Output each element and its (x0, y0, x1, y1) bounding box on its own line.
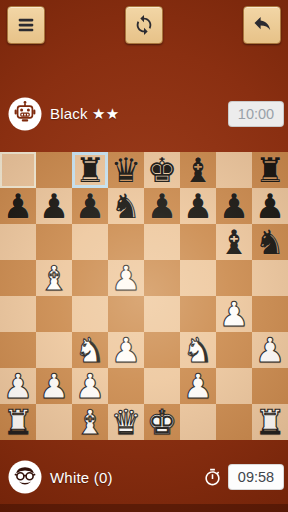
white-pawn[interactable]: ♟ (219, 296, 249, 332)
square-b6[interactable] (36, 224, 72, 260)
white-pawn[interactable]: ♟ (111, 260, 141, 296)
square-b7[interactable]: ♟ (36, 188, 72, 224)
square-f6[interactable] (180, 224, 216, 260)
white-pawn[interactable]: ♟ (183, 368, 213, 404)
black-clock: 10:00 (228, 101, 284, 127)
refresh-icon (133, 14, 155, 36)
square-a5[interactable] (0, 260, 36, 296)
white-player-row: White (0) 09:58 (8, 457, 284, 497)
square-h3[interactable]: ♟ (252, 332, 288, 368)
square-c2[interactable]: ♟ (72, 368, 108, 404)
white-bishop[interactable]: ♝ (75, 404, 105, 440)
square-d5[interactable]: ♟ (108, 260, 144, 296)
black-player-name: Black ★★ (50, 105, 119, 123)
white-pawn[interactable]: ♟ (255, 332, 285, 368)
square-f8[interactable]: ♝ (180, 152, 216, 188)
square-g2[interactable] (216, 368, 252, 404)
square-a2[interactable]: ♟ (0, 368, 36, 404)
new-game-button[interactable] (125, 6, 163, 44)
white-player-name: White (0) (50, 469, 113, 486)
toolbar (7, 6, 281, 44)
square-d2[interactable] (108, 368, 144, 404)
square-g6[interactable]: ♝ (216, 224, 252, 260)
square-d3[interactable]: ♟ (108, 332, 144, 368)
square-e8[interactable]: ♚ (144, 152, 180, 188)
square-h7[interactable]: ♟ (252, 188, 288, 224)
square-h8[interactable]: ♜ (252, 152, 288, 188)
square-f3[interactable]: ♞ (180, 332, 216, 368)
square-f2[interactable]: ♟ (180, 368, 216, 404)
square-d6[interactable] (108, 224, 144, 260)
black-pawn[interactable]: ♟ (183, 188, 213, 224)
black-rook[interactable]: ♜ (255, 152, 285, 188)
chess-board: ♜♛♚♝♜♟♟♟♞♟♟♟♟♝♞♝♟♟♞♟♞♟♟♟♟♟♜♝♛♚♜ (0, 152, 288, 440)
white-rook[interactable]: ♜ (255, 404, 285, 440)
square-b8[interactable] (36, 152, 72, 188)
square-e6[interactable] (144, 224, 180, 260)
square-e4[interactable] (144, 296, 180, 332)
square-e3[interactable] (144, 332, 180, 368)
white-clock: 09:58 (228, 464, 284, 490)
white-king[interactable]: ♚ (147, 404, 177, 440)
square-c7[interactable]: ♟ (72, 188, 108, 224)
bottom-shade (0, 504, 288, 512)
face-icon (8, 460, 42, 494)
white-pawn[interactable]: ♟ (75, 368, 105, 404)
square-f4[interactable] (180, 296, 216, 332)
black-pawn[interactable]: ♟ (147, 188, 177, 224)
square-a6[interactable] (0, 224, 36, 260)
black-king[interactable]: ♚ (147, 152, 177, 188)
square-f1[interactable] (180, 404, 216, 440)
undo-icon (251, 14, 273, 36)
white-rook[interactable]: ♜ (3, 404, 33, 440)
chess-app-screen: Black ★★ 10:00 ♜♛♚♝♜♟♟♟♞♟♟♟♟♝♞♝♟♟♞♟♞♟♟♟♟… (0, 0, 288, 512)
square-a4[interactable] (0, 296, 36, 332)
square-g3[interactable] (216, 332, 252, 368)
square-h2[interactable] (252, 368, 288, 404)
white-knight[interactable]: ♞ (75, 332, 105, 368)
black-queen[interactable]: ♛ (111, 152, 141, 188)
white-pawn[interactable]: ♟ (39, 368, 69, 404)
black-pawn[interactable]: ♟ (3, 188, 33, 224)
square-h1[interactable]: ♜ (252, 404, 288, 440)
square-b4[interactable] (36, 296, 72, 332)
square-h4[interactable] (252, 296, 288, 332)
stopwatch-icon (203, 468, 222, 487)
black-rook[interactable]: ♜ (75, 152, 105, 188)
black-pawn[interactable]: ♟ (75, 188, 105, 224)
square-e1[interactable]: ♚ (144, 404, 180, 440)
square-h6[interactable]: ♞ (252, 224, 288, 260)
undo-button[interactable] (243, 6, 281, 44)
square-e5[interactable] (144, 260, 180, 296)
black-bishop[interactable]: ♝ (219, 224, 249, 260)
square-c6[interactable] (72, 224, 108, 260)
square-c4[interactable] (72, 296, 108, 332)
square-g5[interactable] (216, 260, 252, 296)
square-d1[interactable]: ♛ (108, 404, 144, 440)
white-bishop[interactable]: ♝ (39, 260, 69, 296)
square-d7[interactable]: ♞ (108, 188, 144, 224)
black-pawn[interactable]: ♟ (39, 188, 69, 224)
square-d8[interactable]: ♛ (108, 152, 144, 188)
square-b1[interactable] (36, 404, 72, 440)
square-f5[interactable] (180, 260, 216, 296)
square-f7[interactable]: ♟ (180, 188, 216, 224)
square-a8[interactable] (0, 152, 36, 188)
black-pawn[interactable]: ♟ (219, 188, 249, 224)
square-g7[interactable]: ♟ (216, 188, 252, 224)
black-pawn[interactable]: ♟ (255, 188, 285, 224)
square-b2[interactable]: ♟ (36, 368, 72, 404)
square-b5[interactable]: ♝ (36, 260, 72, 296)
black-knight[interactable]: ♞ (111, 188, 141, 224)
square-c8[interactable]: ♜ (72, 152, 108, 188)
square-g8[interactable] (216, 152, 252, 188)
robot-icon (8, 97, 42, 131)
square-a1[interactable]: ♜ (0, 404, 36, 440)
square-g1[interactable] (216, 404, 252, 440)
white-queen[interactable]: ♛ (111, 404, 141, 440)
white-pawn[interactable]: ♟ (3, 368, 33, 404)
square-e2[interactable] (144, 368, 180, 404)
square-a3[interactable] (0, 332, 36, 368)
square-b3[interactable] (36, 332, 72, 368)
white-pawn[interactable]: ♟ (111, 332, 141, 368)
square-d4[interactable] (108, 296, 144, 332)
hamburger-icon (15, 14, 37, 36)
black-bishop[interactable]: ♝ (183, 152, 213, 188)
square-h5[interactable] (252, 260, 288, 296)
square-e7[interactable]: ♟ (144, 188, 180, 224)
menu-button[interactable] (7, 6, 45, 44)
square-c5[interactable] (72, 260, 108, 296)
square-g4[interactable]: ♟ (216, 296, 252, 332)
white-knight[interactable]: ♞ (183, 332, 213, 368)
square-c3[interactable]: ♞ (72, 332, 108, 368)
square-c1[interactable]: ♝ (72, 404, 108, 440)
square-a7[interactable]: ♟ (0, 188, 36, 224)
black-knight[interactable]: ♞ (255, 224, 285, 260)
black-player-row: Black ★★ 10:00 (8, 94, 284, 134)
